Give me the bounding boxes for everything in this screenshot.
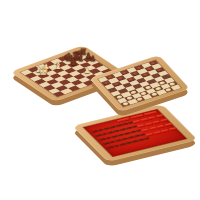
product-photo-scene: Product photo of a wooden chess and chec… xyxy=(0,0,200,200)
red-slot-ridge xyxy=(168,127,176,130)
stored-chess-piece xyxy=(123,132,130,134)
red-slot-ridge xyxy=(156,125,164,128)
red-slot-ridge xyxy=(148,116,156,119)
stored-chess-piece xyxy=(143,137,150,139)
red-slot-ridge xyxy=(152,121,160,124)
stored-chess-piece xyxy=(112,145,119,147)
red-slot-ridge xyxy=(164,123,172,126)
stored-chess-piece xyxy=(100,133,107,135)
red-slot-ridge xyxy=(145,133,153,136)
red-slot-ridge xyxy=(155,114,163,117)
checkers-square xyxy=(171,85,181,91)
red-slot-ridge xyxy=(144,122,152,125)
stored-chess-piece xyxy=(96,129,103,131)
red-slot-ridge xyxy=(149,127,157,130)
red-slot-ridge xyxy=(132,120,140,123)
red-slot-ridge xyxy=(140,118,148,121)
red-slot-ridge xyxy=(153,131,161,134)
stored-chess-piece xyxy=(104,137,111,139)
red-slot-ridge xyxy=(161,129,169,132)
stored-chess-piece xyxy=(108,141,115,143)
red-slot-ridge xyxy=(160,119,168,122)
stored-chess-piece xyxy=(115,124,122,126)
stored-chess-piece xyxy=(119,128,126,130)
red-slot-ridge xyxy=(141,129,149,132)
storage-box xyxy=(72,104,198,162)
red-slot-ridge xyxy=(137,124,145,127)
stored-chess-piece xyxy=(127,136,134,138)
